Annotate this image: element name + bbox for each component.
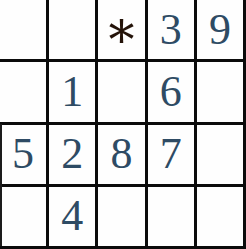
cell-r1c3[interactable]: * (98, 0, 144, 59)
cell-r2c5[interactable] (197, 62, 243, 121)
left-border-fragment (0, 124, 2, 246)
cell-r3c5[interactable] (197, 125, 243, 184)
cell-value: 7 (160, 132, 182, 176)
cell-r1c5[interactable]: 9 (197, 0, 243, 59)
cell-r4c2[interactable]: 4 (49, 187, 95, 246)
cell-value: 5 (12, 132, 34, 176)
cell-r4c1[interactable] (0, 187, 46, 246)
cell-r3c4[interactable]: 7 (148, 125, 194, 184)
cell-r1c1[interactable] (0, 0, 46, 59)
cell-r1c4[interactable]: 3 (148, 0, 194, 59)
cell-r2c2[interactable]: 1 (49, 62, 95, 121)
cell-r4c3[interactable] (98, 187, 144, 246)
puzzle-board: *391652874 (0, 0, 246, 249)
cell-r4c4[interactable] (148, 187, 194, 246)
cell-value: 4 (61, 194, 83, 238)
cell-r3c2[interactable]: 2 (49, 125, 95, 184)
star-marker: * (108, 14, 134, 60)
cell-value: 1 (61, 70, 83, 114)
cell-value: 2 (61, 132, 83, 176)
cell-value: 6 (160, 70, 182, 114)
cell-r2c3[interactable] (98, 62, 144, 121)
cell-value: 8 (110, 132, 132, 176)
cell-r2c1[interactable] (0, 62, 46, 121)
cell-r4c5[interactable] (197, 187, 243, 246)
cell-r2c4[interactable]: 6 (148, 62, 194, 121)
cell-value: 3 (160, 8, 182, 52)
cell-r3c3[interactable]: 8 (98, 125, 144, 184)
cell-value: 9 (209, 8, 231, 52)
cell-r1c2[interactable] (49, 0, 95, 59)
cell-r3c1[interactable]: 5 (0, 125, 46, 184)
